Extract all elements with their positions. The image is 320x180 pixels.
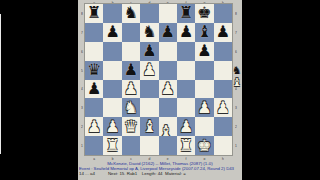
coord-label-3: 3	[79, 98, 85, 117]
rank-labels-left-col: 87654321	[79, 4, 85, 155]
piece-white-rook-f1[interactable]: ♜	[179, 138, 193, 154]
piece-white-knight-c3[interactable]: ♞	[124, 100, 138, 116]
material-tray: ♞♝	[232, 65, 243, 88]
square-c4[interactable]: ♟	[122, 80, 140, 99]
coord-label-b: b	[103, 156, 121, 161]
piece-black-pawn-f7[interactable]: ♟	[179, 24, 193, 40]
square-b5[interactable]	[103, 61, 121, 80]
square-a1[interactable]	[85, 136, 103, 155]
square-h2[interactable]	[214, 117, 232, 136]
tray-piece-white-bishop: ♝	[232, 77, 242, 88]
square-h6[interactable]	[214, 42, 232, 61]
square-g5[interactable]	[195, 61, 213, 80]
coord-label-g: g	[195, 156, 213, 161]
square-d8[interactable]	[140, 4, 158, 23]
coord-label-7: 7	[233, 23, 239, 42]
square-f5[interactable]	[177, 61, 195, 80]
square-a7[interactable]	[85, 23, 103, 42]
square-f3[interactable]	[177, 98, 195, 117]
piece-white-pawn-d5[interactable]: ♟	[142, 62, 156, 78]
piece-white-king-g1[interactable]: ♚	[197, 138, 211, 154]
coord-label-8: 8	[79, 4, 85, 23]
board[interactable]: ♜♞♜♚♟♞♟♟♝♟♟♟♛♟♟♟♟♟♞♟♟♟♟♛♝♝♟♜♜♚	[85, 4, 232, 155]
square-d7[interactable]: ♞	[140, 23, 158, 42]
square-e7[interactable]: ♟	[159, 23, 177, 42]
piece-white-queen-c2[interactable]: ♛	[124, 119, 138, 135]
square-d3[interactable]	[140, 98, 158, 117]
square-c1[interactable]	[122, 136, 140, 155]
square-g7[interactable]: ♝	[195, 23, 213, 42]
move-info-line: 14 ... a4 Next: 15. Rab1 Length: 44 Mate…	[78, 171, 242, 176]
coord-label-c: c	[122, 156, 140, 161]
square-d2[interactable]: ♝	[140, 117, 158, 136]
square-c5[interactable]: ♟	[122, 61, 140, 80]
coord-label-6: 6	[233, 42, 239, 61]
letterbox-right	[242, 0, 320, 180]
piece-black-pawn-e7[interactable]: ♟	[161, 24, 175, 40]
square-g2[interactable]	[195, 117, 213, 136]
piece-black-pawn-d6[interactable]: ♟	[142, 43, 156, 59]
piece-white-pawn-g3[interactable]: ♟	[197, 100, 211, 116]
piece-black-rook-a8[interactable]: ♜	[87, 5, 101, 21]
edge-artifact-line	[0, 14, 1, 154]
piece-white-pawn-c4[interactable]: ♟	[124, 81, 138, 97]
file-labels-bottom: abcdefgh	[85, 156, 232, 161]
piece-black-queen-a5[interactable]: ♛	[87, 62, 101, 78]
square-h8[interactable]	[214, 4, 232, 23]
square-c6[interactable]	[122, 42, 140, 61]
piece-black-pawn-h7[interactable]: ♟	[216, 24, 230, 40]
coord-label-d: d	[140, 156, 158, 161]
square-h5[interactable]	[214, 61, 232, 80]
piece-white-pawn-e4[interactable]: ♟	[161, 81, 175, 97]
square-f6[interactable]	[177, 42, 195, 61]
square-f4[interactable]	[177, 80, 195, 99]
coord-label-5: 5	[79, 61, 85, 80]
piece-black-knight-d7[interactable]: ♞	[142, 24, 156, 40]
event-line: Event : Seafield Memorial op A, Liverpoo…	[78, 166, 242, 171]
square-b3[interactable]	[103, 98, 121, 117]
square-b8[interactable]	[103, 4, 121, 23]
piece-black-rook-f8[interactable]: ♜	[179, 5, 193, 21]
coord-label-h: h	[214, 156, 232, 161]
square-a3[interactable]	[85, 98, 103, 117]
piece-white-pawn-b2[interactable]: ♟	[105, 119, 119, 135]
piece-white-bishop-d2[interactable]: ♝	[142, 119, 156, 135]
square-d4[interactable]	[140, 80, 158, 99]
square-h1[interactable]	[214, 136, 232, 155]
square-h3[interactable]: ♟	[214, 98, 232, 117]
square-c2[interactable]: ♛	[122, 117, 140, 136]
square-g3[interactable]: ♟	[195, 98, 213, 117]
square-f1[interactable]: ♜	[177, 136, 195, 155]
piece-black-pawn-b7[interactable]: ♟	[105, 24, 119, 40]
coord-label-2: 2	[79, 117, 85, 136]
square-c3[interactable]: ♞	[122, 98, 140, 117]
square-h4[interactable]	[214, 80, 232, 99]
square-d5[interactable]: ♟	[140, 61, 158, 80]
square-g4[interactable]	[195, 80, 213, 99]
square-a5[interactable]: ♛	[85, 61, 103, 80]
coord-label-3: 3	[233, 98, 239, 117]
coord-label-7: 7	[79, 23, 85, 42]
piece-black-king-g8[interactable]: ♚	[197, 5, 211, 21]
square-e6[interactable]	[159, 42, 177, 61]
next-move: Next: 15. Rab1	[108, 171, 137, 176]
current-move: 14 ... a4	[79, 171, 95, 176]
coord-label-4: 4	[79, 80, 85, 99]
piece-white-pawn-h3[interactable]: ♟	[216, 100, 230, 116]
square-c8[interactable]: ♞	[122, 4, 140, 23]
game-length: Length: 44	[142, 171, 163, 176]
coord-label-e: e	[159, 156, 177, 161]
square-g8[interactable]: ♚	[195, 4, 213, 23]
coord-label-1: 1	[233, 136, 239, 155]
piece-white-rook-b1[interactable]: ♜	[105, 138, 119, 154]
rank-labels-left: 87654321	[79, 4, 85, 155]
coord-label-6: 6	[79, 42, 85, 61]
square-b6[interactable]	[103, 42, 121, 61]
tray-piece-black-knight: ♞	[232, 65, 242, 76]
square-d6[interactable]: ♟	[140, 42, 158, 61]
caption-area: McKenzie, David (2162) -- Millet, Thomas…	[78, 161, 242, 180]
square-b7[interactable]: ♟	[103, 23, 121, 42]
square-d1[interactable]	[140, 136, 158, 155]
square-b2[interactable]: ♟	[103, 117, 121, 136]
file-labels-bottom-row: abcdefgh	[85, 156, 232, 161]
piece-black-pawn-g6[interactable]: ♟	[197, 43, 211, 59]
square-e1[interactable]	[159, 136, 177, 155]
piece-black-bishop-g7[interactable]: ♝	[197, 24, 211, 40]
square-a2[interactable]: ♟	[85, 117, 103, 136]
piece-black-pawn-c5[interactable]: ♟	[124, 62, 138, 78]
players-line: McKenzie, David (2162) -- Millet, Thomas…	[78, 161, 242, 166]
square-e2[interactable]: ♝	[159, 117, 177, 136]
square-b1[interactable]: ♜	[103, 136, 121, 155]
square-f2[interactable]: ♟	[177, 117, 195, 136]
square-h7[interactable]: ♟	[214, 23, 232, 42]
coord-label-f: f	[177, 156, 195, 161]
square-a8[interactable]: ♜	[85, 4, 103, 23]
square-c7[interactable]	[122, 23, 140, 42]
caption-inner: McKenzie, David (2162) -- Millet, Thomas…	[78, 161, 242, 176]
square-f7[interactable]: ♟	[177, 23, 195, 42]
video-frame: abcdefgh ♜♞♜♚♟♞♟♟♝♟♟♟♛♟♟♟♟♟♞♟♟♟♟♛♝♝♟♜♜♚ …	[0, 0, 320, 180]
coord-label-a: a	[85, 156, 103, 161]
square-b4[interactable]	[103, 80, 121, 99]
piece-black-knight-c8[interactable]: ♞	[124, 5, 138, 21]
square-e8[interactable]	[159, 4, 177, 23]
material-balance: Material: =	[165, 171, 186, 176]
letterbox-left	[0, 0, 78, 180]
square-f8[interactable]: ♜	[177, 4, 195, 23]
square-a4[interactable]: ♟	[85, 80, 103, 99]
square-e5[interactable]	[159, 61, 177, 80]
square-e3[interactable]	[159, 98, 177, 117]
coord-label-2: 2	[233, 117, 239, 136]
piece-white-pawn-f2[interactable]: ♟	[179, 119, 193, 135]
coord-label-8: 8	[233, 4, 239, 23]
square-a6[interactable]	[85, 42, 103, 61]
coord-label-1: 1	[79, 136, 85, 155]
chess-gui-panel: abcdefgh ♜♞♜♚♟♞♟♟♝♟♟♟♛♟♟♟♟♟♞♟♟♟♟♛♝♝♟♜♜♚ …	[78, 0, 242, 180]
piece-white-pawn-a2[interactable]: ♟	[87, 119, 101, 135]
square-e4[interactable]: ♟	[159, 80, 177, 99]
square-g6[interactable]: ♟	[195, 42, 213, 61]
square-g1[interactable]: ♚	[195, 136, 213, 155]
piece-black-pawn-a4[interactable]: ♟	[87, 81, 101, 97]
